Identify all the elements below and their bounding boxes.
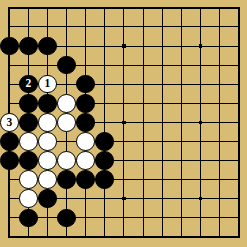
board-intersection[interactable] xyxy=(133,113,152,132)
board-intersection[interactable] xyxy=(191,170,210,189)
white-stone xyxy=(57,113,76,132)
black-stone xyxy=(0,151,19,170)
board-intersection[interactable] xyxy=(210,56,229,75)
board-intersection[interactable] xyxy=(133,170,152,189)
board-intersection[interactable] xyxy=(191,227,210,246)
white-stone xyxy=(38,132,57,151)
board-intersection[interactable] xyxy=(153,75,172,94)
board-intersection[interactable] xyxy=(0,56,19,75)
board-intersection[interactable] xyxy=(57,113,76,132)
board-intersection[interactable] xyxy=(0,189,19,208)
white-stone xyxy=(19,170,38,189)
board-intersection[interactable] xyxy=(153,170,172,189)
black-stone xyxy=(38,37,57,56)
board-intersection[interactable] xyxy=(172,151,191,170)
black-stone xyxy=(57,170,76,189)
board-intersection[interactable] xyxy=(133,56,152,75)
board-intersection[interactable] xyxy=(38,36,57,55)
board-intersection[interactable] xyxy=(38,189,57,208)
board-intersection[interactable] xyxy=(57,17,76,36)
board-intersection[interactable] xyxy=(229,208,247,227)
board-intersection[interactable] xyxy=(153,151,172,170)
black-stone xyxy=(76,113,95,132)
board-intersection[interactable] xyxy=(210,170,229,189)
board-intersection[interactable] xyxy=(210,94,229,113)
board-intersection[interactable] xyxy=(114,56,133,75)
board-intersection[interactable] xyxy=(172,56,191,75)
board-intersection[interactable] xyxy=(95,56,114,75)
board-intersection[interactable] xyxy=(114,208,133,227)
board-intersection[interactable] xyxy=(191,132,210,151)
black-stone xyxy=(0,132,19,151)
board-intersection[interactable] xyxy=(191,56,210,75)
board-intersection[interactable] xyxy=(229,56,247,75)
board-intersection[interactable] xyxy=(38,208,57,227)
board-intersection[interactable] xyxy=(19,113,38,132)
board-intersection[interactable] xyxy=(133,94,152,113)
board-intersection[interactable] xyxy=(95,94,114,113)
board-intersection[interactable] xyxy=(76,208,95,227)
board-intersection[interactable] xyxy=(95,132,114,151)
board-intersection[interactable] xyxy=(0,17,19,36)
board-intersection[interactable] xyxy=(153,189,172,208)
black-stone xyxy=(95,151,114,170)
board-intersection[interactable] xyxy=(133,132,152,151)
board-intersection[interactable] xyxy=(229,17,247,36)
board-intersection[interactable] xyxy=(114,75,133,94)
board-intersection[interactable] xyxy=(191,94,210,113)
board-intersection[interactable] xyxy=(95,227,114,246)
white-stone xyxy=(38,151,57,170)
board-intersection[interactable] xyxy=(133,208,152,227)
board-intersection[interactable] xyxy=(114,189,133,208)
board-intersection[interactable] xyxy=(38,170,57,189)
board-intersection[interactable] xyxy=(95,151,114,170)
board-intersection[interactable] xyxy=(210,113,229,132)
white-stone xyxy=(38,170,57,189)
board-intersection[interactable] xyxy=(172,113,191,132)
board-intersection[interactable] xyxy=(57,36,76,55)
board-intersection[interactable] xyxy=(19,208,38,227)
black-stone xyxy=(57,56,76,75)
board-intersection[interactable] xyxy=(133,17,152,36)
board-intersection[interactable] xyxy=(210,189,229,208)
board-intersection[interactable] xyxy=(172,170,191,189)
board-intersection[interactable] xyxy=(57,189,76,208)
board-intersection[interactable] xyxy=(95,170,114,189)
black-stone xyxy=(19,209,38,228)
black-stone xyxy=(19,113,38,132)
board-intersection[interactable] xyxy=(114,94,133,113)
board-intersection[interactable] xyxy=(210,132,229,151)
board-intersection[interactable] xyxy=(210,17,229,36)
black-stone xyxy=(19,94,38,113)
white-stone xyxy=(19,189,38,208)
board-intersection[interactable] xyxy=(76,227,95,246)
move-1-white-stone: 1 xyxy=(38,75,57,94)
black-stone xyxy=(19,151,38,170)
board-intersection[interactable] xyxy=(172,0,191,17)
board-intersection[interactable] xyxy=(153,94,172,113)
board-intersection[interactable] xyxy=(57,227,76,246)
board-intersection[interactable] xyxy=(229,36,247,55)
board-intersection[interactable] xyxy=(38,113,57,132)
board-intersection[interactable] xyxy=(172,17,191,36)
board-intersection[interactable] xyxy=(114,132,133,151)
board-intersection[interactable] xyxy=(210,75,229,94)
black-stone xyxy=(95,132,114,151)
board-intersection[interactable] xyxy=(153,17,172,36)
board-intersection[interactable] xyxy=(0,208,19,227)
black-stone xyxy=(38,189,57,208)
board-intersection[interactable] xyxy=(229,0,247,17)
black-stone xyxy=(19,37,38,56)
board-intersection[interactable] xyxy=(19,151,38,170)
board-intersection[interactable] xyxy=(153,113,172,132)
board-intersection[interactable] xyxy=(38,132,57,151)
board-intersection[interactable] xyxy=(0,151,19,170)
board-intersection[interactable] xyxy=(38,94,57,113)
move-3-white-stone: 3 xyxy=(0,113,19,132)
board-grid: 213 xyxy=(0,0,247,246)
board-intersection[interactable] xyxy=(0,132,19,151)
board-intersection[interactable] xyxy=(19,56,38,75)
board-intersection[interactable] xyxy=(191,151,210,170)
board-intersection[interactable] xyxy=(0,36,19,55)
board-intersection[interactable] xyxy=(133,36,152,55)
board-intersection[interactable] xyxy=(191,75,210,94)
move-number-label: 3 xyxy=(6,116,12,128)
white-stone xyxy=(76,151,95,170)
board-intersection[interactable] xyxy=(19,132,38,151)
board-intersection[interactable] xyxy=(38,151,57,170)
board-intersection[interactable] xyxy=(229,113,247,132)
board-intersection[interactable] xyxy=(19,189,38,208)
move-2-black-stone: 2 xyxy=(19,75,38,94)
board-intersection[interactable] xyxy=(114,17,133,36)
board-intersection[interactable] xyxy=(133,151,152,170)
board-intersection[interactable] xyxy=(76,113,95,132)
board-intersection[interactable] xyxy=(210,227,229,246)
board-intersection[interactable] xyxy=(172,189,191,208)
board-intersection[interactable] xyxy=(172,75,191,94)
board-intersection[interactable] xyxy=(38,0,57,17)
board-intersection[interactable] xyxy=(76,17,95,36)
board-intersection[interactable] xyxy=(191,36,210,55)
move-number-label: 1 xyxy=(45,78,51,90)
board-intersection[interactable] xyxy=(210,151,229,170)
white-stone xyxy=(57,151,76,170)
board-intersection[interactable] xyxy=(76,56,95,75)
board-intersection[interactable] xyxy=(153,208,172,227)
board-intersection[interactable] xyxy=(191,189,210,208)
board-intersection[interactable] xyxy=(19,170,38,189)
board-intersection[interactable] xyxy=(57,94,76,113)
board-intersection[interactable] xyxy=(153,56,172,75)
board-intersection[interactable] xyxy=(95,113,114,132)
board-intersection[interactable] xyxy=(229,94,247,113)
board-intersection[interactable] xyxy=(172,94,191,113)
board-intersection[interactable] xyxy=(95,0,114,17)
move-number-label: 2 xyxy=(26,78,32,90)
board-intersection[interactable] xyxy=(19,227,38,246)
board-intersection[interactable] xyxy=(229,170,247,189)
board-intersection[interactable] xyxy=(133,227,152,246)
board-intersection[interactable] xyxy=(76,75,95,94)
board-intersection[interactable] xyxy=(229,132,247,151)
board-intersection[interactable] xyxy=(0,170,19,189)
board-intersection[interactable] xyxy=(153,227,172,246)
black-stone xyxy=(57,209,76,228)
board-intersection[interactable] xyxy=(229,189,247,208)
board-intersection[interactable] xyxy=(95,75,114,94)
board-intersection[interactable] xyxy=(133,189,152,208)
board-intersection[interactable] xyxy=(114,113,133,132)
board-intersection[interactable] xyxy=(114,151,133,170)
white-stone xyxy=(57,94,76,113)
board-intersection[interactable] xyxy=(133,75,152,94)
board-intersection[interactable] xyxy=(172,208,191,227)
board-intersection[interactable] xyxy=(57,151,76,170)
board-intersection[interactable] xyxy=(114,36,133,55)
board-intersection[interactable]: 3 xyxy=(0,113,19,132)
board-intersection[interactable] xyxy=(76,151,95,170)
board-intersection[interactable]: 2 xyxy=(19,75,38,94)
board-intersection[interactable] xyxy=(76,189,95,208)
board-intersection[interactable] xyxy=(95,36,114,55)
board-intersection[interactable] xyxy=(76,0,95,17)
board-intersection[interactable] xyxy=(229,227,247,246)
board-intersection[interactable] xyxy=(210,0,229,17)
board-intersection[interactable] xyxy=(191,0,210,17)
black-stone xyxy=(76,75,95,94)
board-intersection[interactable] xyxy=(57,132,76,151)
board-intersection[interactable] xyxy=(76,94,95,113)
black-stone xyxy=(95,170,114,189)
board-intersection[interactable] xyxy=(57,208,76,227)
board-intersection[interactable] xyxy=(153,132,172,151)
go-board-diagram: 213 xyxy=(0,0,247,247)
board-intersection[interactable] xyxy=(191,113,210,132)
board-intersection[interactable] xyxy=(191,208,210,227)
white-stone xyxy=(38,113,57,132)
board-intersection[interactable] xyxy=(229,75,247,94)
white-stone xyxy=(19,132,38,151)
board-intersection[interactable] xyxy=(0,75,19,94)
board-intersection[interactable] xyxy=(114,0,133,17)
board-intersection[interactable] xyxy=(38,17,57,36)
black-stone xyxy=(38,94,57,113)
board-intersection[interactable] xyxy=(95,208,114,227)
board-intersection[interactable] xyxy=(172,227,191,246)
board-intersection[interactable] xyxy=(76,36,95,55)
board-intersection[interactable] xyxy=(57,75,76,94)
board-intersection[interactable] xyxy=(76,132,95,151)
board-intersection[interactable] xyxy=(57,0,76,17)
board-intersection[interactable] xyxy=(19,17,38,36)
board-intersection[interactable] xyxy=(19,0,38,17)
board-intersection[interactable]: 1 xyxy=(38,75,57,94)
black-stone xyxy=(0,37,19,56)
board-intersection[interactable] xyxy=(19,36,38,55)
board-intersection[interactable] xyxy=(76,170,95,189)
board-intersection[interactable] xyxy=(38,56,57,75)
board-intersection[interactable] xyxy=(57,56,76,75)
board-intersection[interactable] xyxy=(0,94,19,113)
black-stone xyxy=(76,94,95,113)
board-intersection[interactable] xyxy=(0,0,19,17)
board-intersection[interactable] xyxy=(0,227,19,246)
board-intersection[interactable] xyxy=(191,17,210,36)
board-intersection[interactable] xyxy=(114,227,133,246)
board-intersection[interactable] xyxy=(95,17,114,36)
board-intersection[interactable] xyxy=(210,36,229,55)
board-intersection[interactable] xyxy=(133,0,152,17)
board-intersection[interactable] xyxy=(19,94,38,113)
board-intersection[interactable] xyxy=(172,132,191,151)
board-intersection[interactable] xyxy=(153,0,172,17)
board-intersection[interactable] xyxy=(153,36,172,55)
board-intersection[interactable] xyxy=(210,208,229,227)
board-intersection[interactable] xyxy=(229,151,247,170)
white-stone xyxy=(76,132,95,151)
board-intersection[interactable] xyxy=(38,227,57,246)
black-stone xyxy=(76,170,95,189)
board-intersection[interactable] xyxy=(114,170,133,189)
board-intersection[interactable] xyxy=(172,36,191,55)
board-intersection[interactable] xyxy=(95,189,114,208)
board-intersection[interactable] xyxy=(57,170,76,189)
